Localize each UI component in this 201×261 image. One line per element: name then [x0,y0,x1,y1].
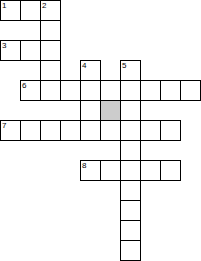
clue-number-2: 2 [42,1,46,10]
cell-r9c6[interactable] [120,180,141,201]
cell-r7c6[interactable] [120,140,141,161]
cell-r4c2[interactable] [40,80,61,101]
cell-r6c2[interactable] [40,120,61,141]
cell-r4c3[interactable] [60,80,81,101]
clue-number-8: 8 [82,161,86,170]
cell-r6c8[interactable] [160,120,181,141]
clue-number-3: 3 [2,41,6,50]
clue-number-6: 6 [22,81,26,90]
cell-r11c6[interactable] [120,220,141,241]
crossword-grid: 12345678 [0,0,201,261]
cell-r6c4[interactable] [80,120,101,141]
cell-r2c2[interactable] [40,40,61,61]
cell-r12c6[interactable] [120,240,141,261]
cell-r8c4[interactable]: 8 [80,160,101,181]
cell-r3c6[interactable]: 5 [120,60,141,81]
cell-r8c6[interactable] [120,160,141,181]
cell-r6c3[interactable] [60,120,81,141]
cell-r6c5[interactable] [100,120,121,141]
cell-r1c2[interactable] [40,20,61,41]
cell-r4c8[interactable] [160,80,181,101]
cell-r4c5[interactable] [100,80,121,101]
cell-r6c1[interactable] [20,120,41,141]
cell-r5c6[interactable] [120,100,141,121]
cell-r10c6[interactable] [120,200,141,221]
cell-r8c7[interactable] [140,160,161,181]
cell-r5c5[interactable] [100,100,121,121]
clue-number-7: 7 [2,121,6,130]
cell-r8c5[interactable] [100,160,121,181]
cell-r0c2[interactable]: 2 [40,0,61,21]
cell-r6c0[interactable]: 7 [0,120,21,141]
cell-r5c4[interactable] [80,100,101,121]
cell-r4c6[interactable] [120,80,141,101]
cell-r3c2[interactable] [40,60,61,81]
cell-r3c4[interactable]: 4 [80,60,101,81]
cell-r0c1[interactable] [20,0,41,21]
cell-r4c1[interactable]: 6 [20,80,41,101]
cell-r6c7[interactable] [140,120,161,141]
cell-r8c8[interactable] [160,160,181,181]
cell-r0c0[interactable]: 1 [0,0,21,21]
clue-number-4: 4 [82,61,86,70]
cell-r4c7[interactable] [140,80,161,101]
cell-r6c6[interactable] [120,120,141,141]
clue-number-5: 5 [122,61,126,70]
cell-r4c9[interactable] [180,80,201,101]
cell-r2c0[interactable]: 3 [0,40,21,61]
cell-r4c4[interactable] [80,80,101,101]
cell-r2c1[interactable] [20,40,41,61]
clue-number-1: 1 [2,1,6,10]
